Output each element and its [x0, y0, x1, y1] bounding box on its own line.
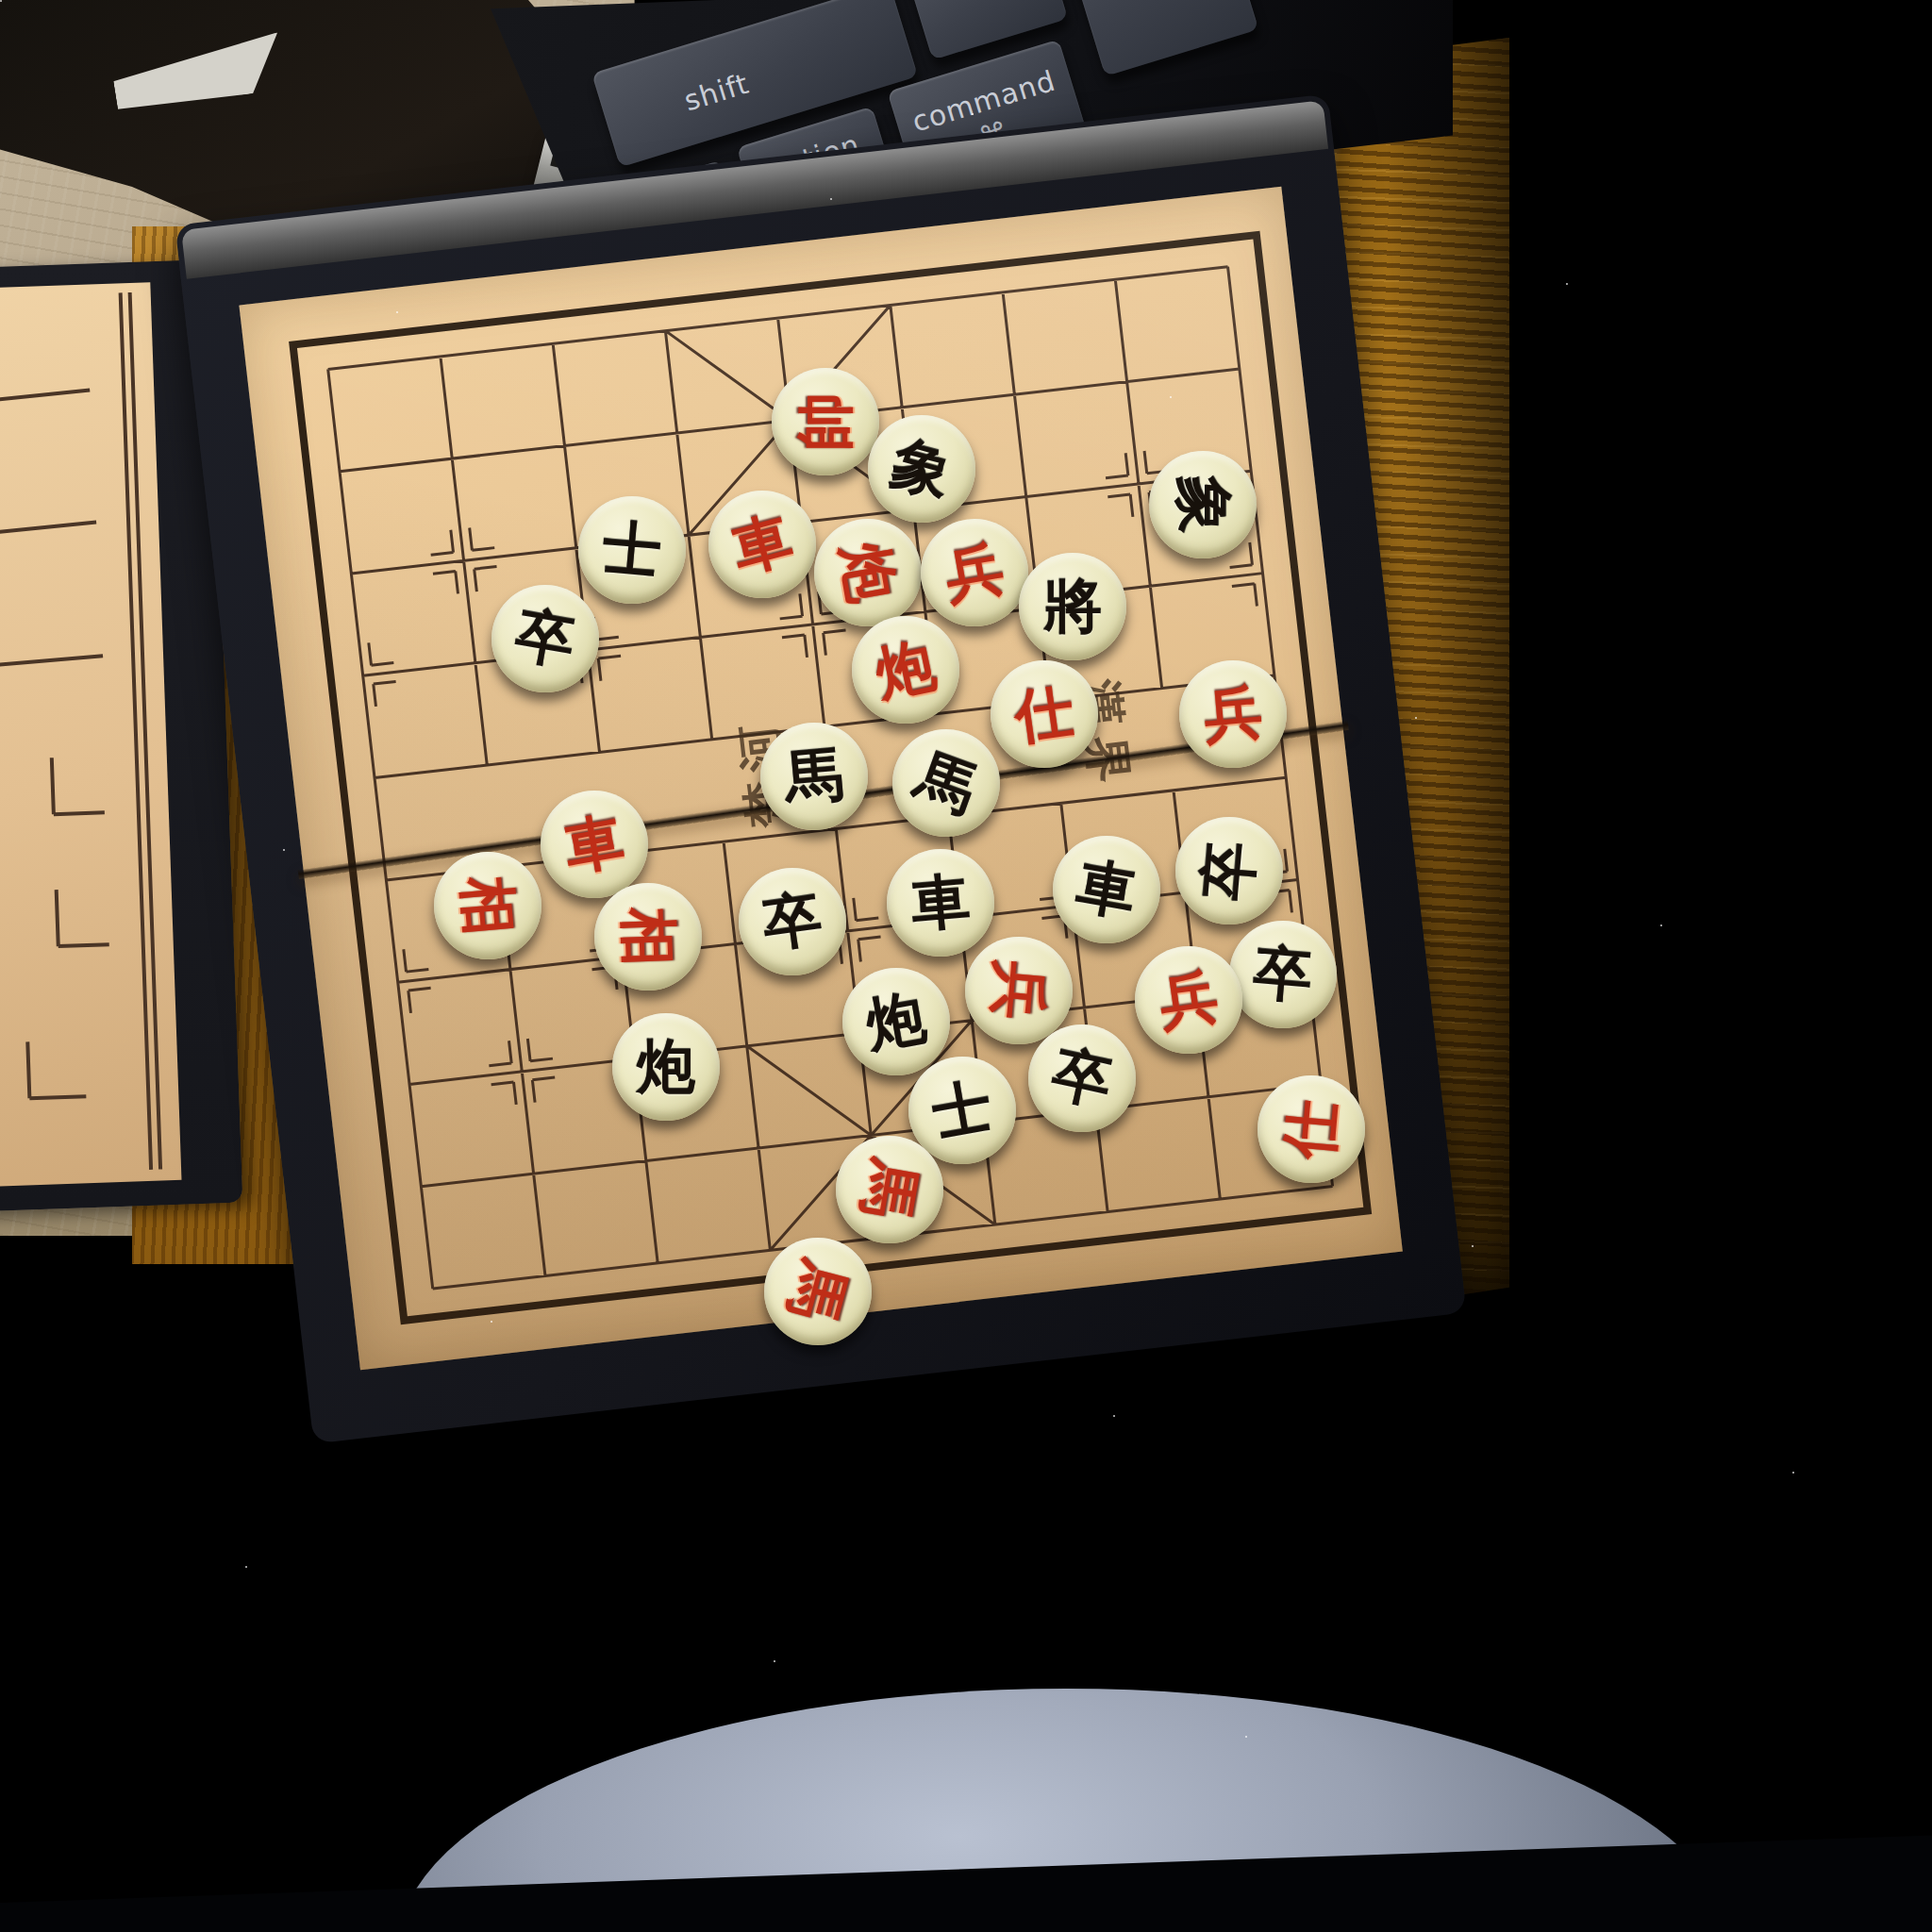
piece-glyph: 車 — [1073, 856, 1141, 924]
piece-glyph: 相 — [618, 907, 678, 967]
piece-red-soldier-4[interactable]: 兵 — [1135, 946, 1242, 1054]
dust-specks — [0, 0, 2, 2]
piece-glyph: 兵 — [1201, 682, 1264, 745]
piece-red-advisor-1[interactable]: 仕 — [991, 660, 1098, 768]
piece-glyph: 炮 — [862, 988, 930, 1056]
piece-glyph: 兵 — [987, 958, 1050, 1022]
piece-glyph: 炮 — [637, 1038, 695, 1096]
piece-glyph: 兵 — [941, 539, 1008, 607]
piece-glyph: 車 — [726, 508, 798, 580]
piece-black-horse-1[interactable]: 馬 — [760, 723, 868, 830]
piece-glyph: 象 — [886, 433, 958, 505]
photo-scene: { "game": "xiangqi", "position": { "fen"… — [0, 0, 1932, 1932]
piece-red-soldier-3[interactable]: 兵 — [965, 937, 1073, 1044]
piece-black-cannon-2[interactable]: 炮 — [612, 1013, 720, 1121]
piece-red-elephant-2[interactable]: 相 — [594, 883, 702, 991]
piece-glyph: 兵 — [1156, 967, 1222, 1033]
piece-black-elephant-1[interactable]: 象 — [868, 415, 975, 523]
piece-glyph: 卒 — [1047, 1043, 1117, 1113]
piece-glyph: 相 — [456, 874, 519, 937]
piece-glyph: 象 — [1174, 475, 1232, 534]
piece-glyph: 車 — [560, 810, 628, 878]
piece-glyph: 士 — [928, 1076, 996, 1144]
piece-black-soldier-1[interactable]: 卒 — [739, 868, 846, 975]
piece-black-general[interactable]: 將 — [1019, 553, 1126, 660]
piece-black-soldier-4[interactable]: 卒 — [1028, 1024, 1136, 1132]
piece-glyph: 仕 — [1011, 681, 1077, 747]
piece-red-cannon-2[interactable]: 炮 — [852, 616, 959, 724]
piece-glyph: 炮 — [871, 635, 941, 705]
piece-black-soldier-5[interactable]: 卒 — [491, 585, 599, 692]
piece-black-elephant-2[interactable]: 象 — [1149, 451, 1257, 558]
piece-red-elephant-1[interactable]: 相 — [434, 852, 541, 959]
piece-red-chariot-2[interactable]: 車 — [541, 791, 648, 898]
piece-glyph: 仕 — [1279, 1097, 1342, 1160]
piece-glyph: 將 — [1043, 577, 1102, 636]
piece-black-soldier-3[interactable]: 卒 — [1229, 921, 1337, 1028]
piece-black-soldier-2[interactable]: 卒 — [1175, 817, 1283, 924]
piece-glyph: 炮 — [834, 539, 902, 607]
piece-glyph: 卒 — [1197, 839, 1260, 902]
piece-red-cannon-1[interactable]: 炮 — [814, 519, 922, 626]
piece-red-horse-1[interactable]: 馬 — [836, 1136, 943, 1243]
piece-glyph: 卒 — [759, 889, 825, 955]
piece-red-general[interactable]: 帥 — [772, 368, 879, 475]
piece-black-cannon-1[interactable]: 炮 — [842, 968, 950, 1075]
piece-glyph: 帥 — [796, 392, 855, 451]
piece-red-advisor-2[interactable]: 仕 — [1257, 1075, 1365, 1183]
piece-red-soldier-1[interactable]: 兵 — [921, 519, 1028, 626]
pieces-layer: 帥象象車士炮兵將卒炮仕兵馬馬車卒車車相卒相卒兵兵炮炮卒士仕馬馬 — [0, 0, 1932, 1932]
piece-black-horse-2[interactable]: 馬 — [892, 729, 1000, 837]
piece-glyph: 馬 — [856, 1156, 924, 1224]
piece-glyph: 馬 — [908, 745, 983, 820]
piece-black-chariot-2[interactable]: 車 — [1053, 836, 1160, 943]
piece-glyph: 車 — [908, 871, 972, 934]
piece-black-chariot-1[interactable]: 車 — [887, 849, 994, 957]
piece-glyph: 士 — [600, 518, 663, 581]
piece-glyph: 卒 — [511, 605, 579, 673]
piece-glyph: 馬 — [782, 1256, 854, 1327]
piece-red-chariot-1[interactable]: 車 — [708, 491, 816, 598]
piece-red-horse-2[interactable]: 馬 — [764, 1238, 872, 1345]
piece-glyph: 卒 — [1251, 942, 1314, 1006]
piece-red-soldier-2[interactable]: 兵 — [1179, 660, 1287, 768]
piece-black-advisor-1[interactable]: 士 — [578, 496, 686, 604]
piece-glyph: 馬 — [782, 744, 845, 808]
